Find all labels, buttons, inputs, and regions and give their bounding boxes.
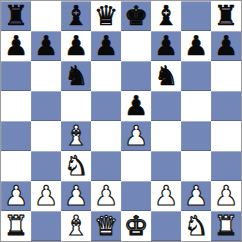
square-d1[interactable]: ♛: [91, 211, 121, 241]
square-a2[interactable]: ♟: [1, 181, 31, 211]
black-pawn-piece[interactable]: ♟: [4, 32, 28, 59]
white-pawn-piece[interactable]: ♟: [34, 182, 58, 209]
square-d3[interactable]: [91, 151, 121, 181]
black-pawn-piece[interactable]: ♟: [64, 32, 88, 59]
square-b7[interactable]: ♟: [31, 31, 61, 61]
square-e4[interactable]: ♟: [121, 121, 151, 151]
black-bishop-piece[interactable]: ♝: [154, 2, 178, 29]
square-a1[interactable]: ♜: [1, 211, 31, 241]
square-e8[interactable]: ♚: [121, 1, 151, 31]
square-e7[interactable]: [121, 31, 151, 61]
square-a4[interactable]: [1, 121, 31, 151]
white-bishop-piece[interactable]: ♝: [64, 212, 88, 239]
square-f3[interactable]: [151, 151, 181, 181]
white-pawn-piece[interactable]: ♟: [64, 182, 88, 209]
square-c3[interactable]: ♞: [61, 151, 91, 181]
square-h2[interactable]: ♟: [211, 181, 241, 211]
square-e1[interactable]: ♚: [121, 211, 151, 241]
white-king-piece[interactable]: ♚: [124, 212, 148, 239]
square-c1[interactable]: ♝: [61, 211, 91, 241]
black-king-piece[interactable]: ♚: [124, 2, 148, 29]
white-pawn-piece[interactable]: ♟: [154, 182, 178, 209]
square-h6[interactable]: [211, 61, 241, 91]
square-d7[interactable]: ♟: [91, 31, 121, 61]
square-h4[interactable]: [211, 121, 241, 151]
square-h5[interactable]: [211, 91, 241, 121]
white-knight-piece[interactable]: ♞: [184, 212, 208, 239]
square-f2[interactable]: ♟: [151, 181, 181, 211]
white-pawn-piece[interactable]: ♟: [124, 122, 148, 149]
square-h8[interactable]: ♜: [211, 1, 241, 31]
white-pawn-piece[interactable]: ♟: [214, 182, 238, 209]
square-b2[interactable]: ♟: [31, 181, 61, 211]
black-rook-piece[interactable]: ♜: [214, 2, 238, 29]
square-d5[interactable]: [91, 91, 121, 121]
white-rook-piece[interactable]: ♜: [214, 212, 238, 239]
square-f8[interactable]: ♝: [151, 1, 181, 31]
square-b4[interactable]: [31, 121, 61, 151]
white-pawn-piece[interactable]: ♟: [94, 182, 118, 209]
square-g8[interactable]: [181, 1, 211, 31]
chess-board: ♜♝♛♚♝♜♟♟♟♟♟♟♟♞♞♟♝♟♞♟♟♟♟♟♟♟♜♝♛♚♞♜: [1, 1, 241, 241]
square-f7[interactable]: ♟: [151, 31, 181, 61]
square-a5[interactable]: [1, 91, 31, 121]
square-b5[interactable]: [31, 91, 61, 121]
square-d2[interactable]: ♟: [91, 181, 121, 211]
square-g6[interactable]: [181, 61, 211, 91]
square-b8[interactable]: [31, 1, 61, 31]
black-pawn-piece[interactable]: ♟: [34, 32, 58, 59]
square-g1[interactable]: ♞: [181, 211, 211, 241]
square-b6[interactable]: [31, 61, 61, 91]
black-pawn-piece[interactable]: ♟: [214, 32, 238, 59]
black-pawn-piece[interactable]: ♟: [154, 32, 178, 59]
black-knight-piece[interactable]: ♞: [154, 62, 178, 89]
square-b1[interactable]: [31, 211, 61, 241]
square-a6[interactable]: [1, 61, 31, 91]
chess-board-frame: ♜♝♛♚♝♜♟♟♟♟♟♟♟♞♞♟♝♟♞♟♟♟♟♟♟♟♜♝♛♚♞♜: [0, 0, 242, 242]
black-pawn-piece[interactable]: ♟: [184, 32, 208, 59]
square-g7[interactable]: ♟: [181, 31, 211, 61]
square-a8[interactable]: ♜: [1, 1, 31, 31]
square-e5[interactable]: ♟: [121, 91, 151, 121]
black-pawn-piece[interactable]: ♟: [124, 92, 148, 119]
square-c2[interactable]: ♟: [61, 181, 91, 211]
square-c4[interactable]: ♝: [61, 121, 91, 151]
square-d6[interactable]: [91, 61, 121, 91]
square-h7[interactable]: ♟: [211, 31, 241, 61]
square-c5[interactable]: [61, 91, 91, 121]
square-f4[interactable]: [151, 121, 181, 151]
white-rook-piece[interactable]: ♜: [4, 212, 28, 239]
white-pawn-piece[interactable]: ♟: [4, 182, 28, 209]
square-c7[interactable]: ♟: [61, 31, 91, 61]
square-d4[interactable]: [91, 121, 121, 151]
square-g2[interactable]: ♟: [181, 181, 211, 211]
square-e6[interactable]: [121, 61, 151, 91]
square-e2[interactable]: [121, 181, 151, 211]
square-a3[interactable]: [1, 151, 31, 181]
black-knight-piece[interactable]: ♞: [64, 62, 88, 89]
square-h3[interactable]: [211, 151, 241, 181]
white-knight-piece[interactable]: ♞: [64, 152, 88, 179]
square-a7[interactable]: ♟: [1, 31, 31, 61]
square-g4[interactable]: [181, 121, 211, 151]
square-f6[interactable]: ♞: [151, 61, 181, 91]
black-bishop-piece[interactable]: ♝: [64, 2, 88, 29]
square-f5[interactable]: [151, 91, 181, 121]
square-g5[interactable]: [181, 91, 211, 121]
black-queen-piece[interactable]: ♛: [94, 2, 118, 29]
square-f1[interactable]: [151, 211, 181, 241]
square-e3[interactable]: [121, 151, 151, 181]
white-queen-piece[interactable]: ♛: [94, 212, 118, 239]
white-pawn-piece[interactable]: ♟: [184, 182, 208, 209]
square-g3[interactable]: [181, 151, 211, 181]
white-bishop-piece[interactable]: ♝: [64, 122, 88, 149]
square-h1[interactable]: ♜: [211, 211, 241, 241]
square-c6[interactable]: ♞: [61, 61, 91, 91]
square-c8[interactable]: ♝: [61, 1, 91, 31]
black-rook-piece[interactable]: ♜: [4, 2, 28, 29]
black-pawn-piece[interactable]: ♟: [94, 32, 118, 59]
square-d8[interactable]: ♛: [91, 1, 121, 31]
square-b3[interactable]: [31, 151, 61, 181]
